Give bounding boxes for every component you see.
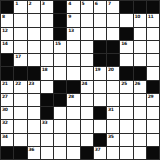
crossword-grid: 1234567891011121314151617181920212223242… [0, 0, 160, 160]
clue-number: 11 [148, 14, 154, 19]
crossword-cell[interactable] [28, 120, 40, 132]
crossword-cell[interactable] [107, 28, 119, 40]
clue-number: 22 [15, 81, 21, 86]
crossword-cell[interactable] [147, 28, 159, 40]
crossword-cell[interactable] [14, 41, 26, 53]
crossword-cell[interactable] [54, 67, 66, 79]
crossword-cell[interactable]: 13 [67, 28, 79, 40]
crossword-cell[interactable]: 8 [1, 14, 13, 26]
crossword-cell[interactable] [120, 120, 132, 132]
crossword-cell[interactable] [41, 134, 53, 146]
clue-number: 8 [2, 14, 5, 19]
clue-number: 16 [121, 41, 127, 46]
crossword-cell[interactable] [54, 134, 66, 146]
crossword-cell[interactable]: 14 [1, 41, 13, 53]
crossword-cell[interactable] [54, 147, 66, 159]
crossword-cell[interactable]: 2 [28, 1, 40, 13]
black-cell [134, 67, 146, 79]
crossword-cell[interactable] [67, 41, 79, 53]
crossword-cell[interactable] [120, 147, 132, 159]
crossword-cell[interactable]: 20 [107, 67, 119, 79]
clue-number: 32 [2, 120, 8, 125]
clue-number: 15 [55, 41, 61, 46]
black-cell [81, 147, 93, 159]
clue-number: 33 [42, 120, 48, 125]
crossword-cell[interactable] [28, 41, 40, 53]
clue-number: 20 [108, 67, 114, 72]
crossword-cell[interactable]: 22 [14, 81, 26, 93]
crossword-cell[interactable]: 21 [1, 81, 13, 93]
clue-number: 26 [135, 81, 141, 86]
crossword-cell[interactable] [134, 94, 146, 106]
clue-number: 17 [15, 54, 21, 59]
crossword-cell[interactable] [147, 107, 159, 119]
black-cell [67, 81, 79, 93]
crossword-cell[interactable] [67, 54, 79, 66]
black-cell [134, 1, 146, 13]
crossword-cell[interactable]: 9 [67, 14, 79, 26]
crossword-cell[interactable]: 35 [107, 134, 119, 146]
clue-number: 21 [2, 81, 8, 86]
crossword-cell[interactable] [28, 134, 40, 146]
black-cell [54, 81, 66, 93]
crossword-cell[interactable] [67, 107, 79, 119]
clue-number: 3 [42, 1, 45, 6]
crossword-cell[interactable] [81, 54, 93, 66]
crossword-cell[interactable] [41, 54, 53, 66]
crossword-cell[interactable]: 4 [67, 1, 79, 13]
crossword-cell[interactable] [94, 28, 106, 40]
crossword-cell[interactable] [67, 147, 79, 159]
black-cell [94, 41, 106, 53]
clue-number: 24 [82, 81, 88, 86]
crossword-cell[interactable] [41, 14, 53, 26]
clue-number: 2 [29, 1, 32, 6]
crossword-cell[interactable] [81, 28, 93, 40]
crossword-cell[interactable] [14, 107, 26, 119]
crossword-cell[interactable]: 25 [120, 81, 132, 93]
crossword-cell[interactable]: 7 [107, 1, 119, 13]
black-cell [120, 67, 132, 79]
crossword-cell[interactable] [81, 67, 93, 79]
crossword-cell[interactable] [134, 134, 146, 146]
black-cell [94, 134, 106, 146]
crossword-cell[interactable] [107, 81, 119, 93]
black-cell [14, 67, 26, 79]
crossword-cell[interactable]: 34 [1, 134, 13, 146]
black-cell [147, 1, 159, 13]
crossword-cell[interactable] [134, 54, 146, 66]
crossword-cell[interactable]: 6 [94, 1, 106, 13]
black-cell [41, 94, 53, 106]
clue-number: 10 [135, 14, 141, 19]
black-cell [147, 81, 159, 93]
crossword-cell[interactable] [67, 120, 79, 132]
crossword-cell[interactable]: 36 [28, 147, 40, 159]
crossword-cell[interactable]: 5 [81, 1, 93, 13]
clue-number: 18 [42, 67, 48, 72]
crossword-cell[interactable] [28, 107, 40, 119]
crossword-cell[interactable]: 24 [81, 81, 93, 93]
crossword-cell[interactable] [120, 94, 132, 106]
black-cell [54, 28, 66, 40]
crossword-cell[interactable] [120, 107, 132, 119]
black-cell [54, 1, 66, 13]
black-cell [41, 107, 53, 119]
crossword-cell[interactable] [28, 94, 40, 106]
crossword-cell[interactable]: 18 [41, 67, 53, 79]
black-cell [120, 28, 132, 40]
crossword-cell[interactable] [107, 120, 119, 132]
clue-number: 7 [108, 1, 111, 6]
crossword-cell[interactable]: 17 [14, 54, 26, 66]
crossword-cell[interactable] [94, 81, 106, 93]
clue-number: 36 [29, 147, 35, 152]
crossword-cell[interactable]: 32 [1, 120, 13, 132]
crossword-cell[interactable] [14, 14, 26, 26]
crossword-cell[interactable] [147, 41, 159, 53]
crossword-cell[interactable]: 27 [1, 94, 13, 106]
crossword-cell[interactable] [94, 94, 106, 106]
crossword-cell[interactable] [134, 41, 146, 53]
clue-number: 35 [108, 134, 114, 139]
crossword-cell[interactable] [94, 120, 106, 132]
crossword-cell[interactable] [81, 94, 93, 106]
crossword-cell[interactable] [107, 147, 119, 159]
crossword-cell[interactable] [147, 120, 159, 132]
black-cell [54, 94, 66, 106]
crossword-cell[interactable] [147, 67, 159, 79]
crossword-cell[interactable]: 10 [134, 14, 146, 26]
crossword-cell[interactable] [120, 54, 132, 66]
black-cell [1, 147, 13, 159]
black-cell [1, 67, 13, 79]
crossword-cell[interactable]: 16 [120, 41, 132, 53]
black-cell [1, 54, 13, 66]
crossword-cell[interactable] [81, 41, 93, 53]
crossword-cell[interactable] [14, 28, 26, 40]
crossword-cell[interactable] [81, 14, 93, 26]
clue-number: 4 [68, 1, 71, 6]
crossword-cell[interactable]: 33 [41, 120, 53, 132]
clue-number: 23 [29, 81, 35, 86]
crossword-cell[interactable] [54, 54, 66, 66]
crossword-cell[interactable] [14, 94, 26, 106]
clue-number: 14 [2, 41, 8, 46]
black-cell [14, 147, 26, 159]
clue-number: 30 [2, 107, 8, 112]
clue-number: 12 [2, 28, 8, 33]
crossword-cell[interactable]: 26 [134, 81, 146, 93]
crossword-cell[interactable] [107, 14, 119, 26]
crossword-cell[interactable]: 29 [147, 94, 159, 106]
crossword-cell[interactable] [134, 147, 146, 159]
crossword-cell[interactable] [120, 14, 132, 26]
clue-number: 19 [95, 67, 101, 72]
black-cell [94, 107, 106, 119]
black-cell [94, 54, 106, 66]
crossword-cell[interactable] [147, 134, 159, 146]
crossword-cell[interactable]: 3 [41, 1, 53, 13]
crossword-cell[interactable]: 37 [94, 147, 106, 159]
black-cell [120, 1, 132, 13]
clue-number: 9 [68, 14, 71, 19]
crossword-cell[interactable] [81, 134, 93, 146]
black-cell [54, 14, 66, 26]
crossword-cell[interactable] [14, 120, 26, 132]
crossword-cell[interactable] [41, 147, 53, 159]
clue-number: 28 [68, 94, 74, 99]
crossword-cell[interactable] [54, 107, 66, 119]
clue-number: 1 [15, 1, 18, 6]
clue-number: 5 [82, 1, 85, 6]
crossword-cell[interactable] [134, 120, 146, 132]
clue-number: 31 [108, 107, 114, 112]
crossword-cell[interactable]: 11 [147, 14, 159, 26]
black-cell [107, 54, 119, 66]
crossword-cell[interactable] [94, 14, 106, 26]
crossword-cell[interactable] [147, 54, 159, 66]
crossword-cell[interactable] [134, 107, 146, 119]
crossword-cell[interactable] [28, 28, 40, 40]
clue-number: 13 [68, 28, 74, 33]
black-cell [1, 1, 13, 13]
crossword-cell[interactable] [28, 54, 40, 66]
crossword-cell[interactable]: 15 [54, 41, 66, 53]
crossword-cell[interactable] [14, 134, 26, 146]
black-cell [107, 41, 119, 53]
black-cell [147, 147, 159, 159]
crossword-cell[interactable]: 23 [28, 81, 40, 93]
crossword-cell[interactable] [81, 120, 93, 132]
crossword-cell[interactable] [41, 41, 53, 53]
crossword-cell[interactable] [120, 134, 132, 146]
crossword-cell[interactable] [81, 107, 93, 119]
clue-number: 25 [121, 81, 127, 86]
crossword-cell[interactable]: 31 [107, 107, 119, 119]
crossword-cell[interactable] [134, 28, 146, 40]
clue-number: 34 [2, 134, 8, 139]
crossword-cell[interactable] [41, 81, 53, 93]
crossword-cell[interactable] [67, 134, 79, 146]
clue-number: 29 [148, 94, 154, 99]
crossword-cell[interactable]: 12 [1, 28, 13, 40]
clue-number: 27 [2, 94, 8, 99]
crossword-cell[interactable] [67, 67, 79, 79]
crossword-cell[interactable] [107, 94, 119, 106]
crossword-cell[interactable]: 19 [94, 67, 106, 79]
crossword-cell[interactable]: 30 [1, 107, 13, 119]
crossword-cell[interactable] [41, 28, 53, 40]
clue-number: 6 [95, 1, 98, 6]
crossword-cell[interactable]: 1 [14, 1, 26, 13]
crossword-cell[interactable] [28, 14, 40, 26]
crossword-cell[interactable] [54, 120, 66, 132]
clue-number: 37 [95, 147, 101, 152]
crossword-cell[interactable]: 28 [67, 94, 79, 106]
black-cell [28, 67, 40, 79]
